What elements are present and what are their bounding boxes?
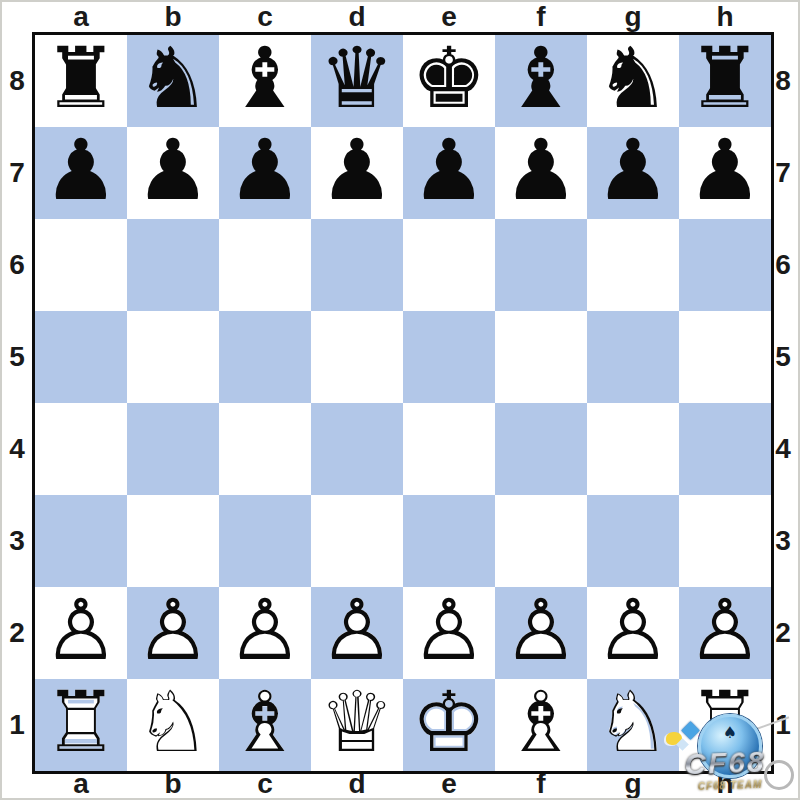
square-a3[interactable]: [35, 495, 127, 587]
square-g7[interactable]: ♟: [587, 127, 679, 219]
piece-white-pawn[interactable]: ♟♙: [403, 587, 495, 679]
piece-white-king[interactable]: ♚♔: [403, 679, 495, 771]
square-e2[interactable]: ♟♙: [403, 587, 495, 679]
piece-white-pawn[interactable]: ♟♙: [127, 587, 219, 679]
square-d5[interactable]: [311, 311, 403, 403]
piece-outline-layer: ♘: [135, 680, 210, 764]
piece-black-king[interactable]: ♚: [403, 35, 495, 127]
square-a2[interactable]: ♟♙: [35, 587, 127, 679]
piece-fill-layer: ♟: [135, 128, 210, 212]
square-c6[interactable]: [219, 219, 311, 311]
square-d7[interactable]: ♟: [311, 127, 403, 219]
piece-white-pawn[interactable]: ♟♙: [35, 587, 127, 679]
square-f3[interactable]: [495, 495, 587, 587]
piece-outline-layer: ♙: [43, 588, 118, 672]
piece-fill-layer: ♚: [411, 36, 486, 120]
rank-label-7: 7: [2, 127, 32, 219]
square-e1[interactable]: ♚♔: [403, 679, 495, 771]
piece-fill-layer: ♝: [503, 36, 578, 120]
piece-outline-layer: ♙: [503, 588, 578, 672]
rank-label-1: 1: [2, 679, 32, 771]
piece-white-pawn[interactable]: ♟♙: [219, 587, 311, 679]
piece-white-pawn[interactable]: ♟♙: [587, 587, 679, 679]
piece-black-pawn[interactable]: ♟: [679, 127, 771, 219]
piece-black-pawn[interactable]: ♟: [403, 127, 495, 219]
piece-outline-layer: ♙: [595, 588, 670, 672]
rank-label-8: 8: [2, 35, 32, 127]
piece-white-pawn[interactable]: ♟♙: [311, 587, 403, 679]
square-g8[interactable]: ♞: [587, 35, 679, 127]
square-d4[interactable]: [311, 403, 403, 495]
piece-outline-layer: ♙: [135, 588, 210, 672]
square-c7[interactable]: ♟: [219, 127, 311, 219]
piece-black-knight[interactable]: ♞: [127, 35, 219, 127]
piece-black-bishop[interactable]: ♝: [495, 35, 587, 127]
square-f1[interactable]: ♝♗: [495, 679, 587, 771]
ring-icon: [764, 760, 794, 790]
piece-fill-layer: ♞: [595, 36, 670, 120]
piece-outline-layer: ♙: [411, 588, 486, 672]
square-f6[interactable]: [495, 219, 587, 311]
square-g6[interactable]: [587, 219, 679, 311]
piece-outline-layer: ♕: [319, 680, 394, 764]
square-e5[interactable]: [403, 311, 495, 403]
square-d8[interactable]: ♛: [311, 35, 403, 127]
square-h7[interactable]: ♟: [679, 127, 771, 219]
piece-fill-layer: ♟: [227, 128, 302, 212]
piece-white-bishop[interactable]: ♝♗: [495, 679, 587, 771]
square-f8[interactable]: ♝: [495, 35, 587, 127]
rank-label-6: 6: [2, 219, 32, 311]
square-f4[interactable]: [495, 403, 587, 495]
piece-outline-layer: ♗: [227, 680, 302, 764]
square-h4[interactable]: [679, 403, 771, 495]
piece-outline-layer: ♗: [503, 680, 578, 764]
rank-label-3: 3: [2, 495, 32, 587]
piece-fill-layer: ♟: [595, 128, 670, 212]
blue-diamond-icon: [681, 721, 699, 739]
piece-black-knight[interactable]: ♞: [587, 35, 679, 127]
square-b7[interactable]: ♟: [127, 127, 219, 219]
square-e8[interactable]: ♚: [403, 35, 495, 127]
square-h3[interactable]: [679, 495, 771, 587]
piece-black-pawn[interactable]: ♟: [495, 127, 587, 219]
square-d6[interactable]: [311, 219, 403, 311]
rank-labels-left: 87654321: [2, 35, 32, 771]
square-b1[interactable]: ♞♘: [127, 679, 219, 771]
piece-fill-layer: ♝: [227, 36, 302, 120]
piece-outline-layer: ♖: [43, 680, 118, 764]
piece-black-bishop[interactable]: ♝: [219, 35, 311, 127]
square-c2[interactable]: ♟♙: [219, 587, 311, 679]
piece-white-knight[interactable]: ♞♘: [127, 679, 219, 771]
square-f7[interactable]: ♟: [495, 127, 587, 219]
square-h2[interactable]: ♟♙: [679, 587, 771, 679]
square-g4[interactable]: [587, 403, 679, 495]
piece-fill-layer: ♟: [503, 128, 578, 212]
square-c8[interactable]: ♝: [219, 35, 311, 127]
piece-black-pawn[interactable]: ♟: [311, 127, 403, 219]
rank-label-5: 5: [2, 311, 32, 403]
piece-black-pawn[interactable]: ♟: [127, 127, 219, 219]
piece-black-rook[interactable]: ♜: [679, 35, 771, 127]
square-b3[interactable]: [127, 495, 219, 587]
square-g2[interactable]: ♟♙: [587, 587, 679, 679]
piece-white-bishop[interactable]: ♝♗: [219, 679, 311, 771]
square-h8[interactable]: ♜: [679, 35, 771, 127]
piece-fill-layer: ♟: [411, 128, 486, 212]
square-d1[interactable]: ♛♕: [311, 679, 403, 771]
square-a7[interactable]: ♟: [35, 127, 127, 219]
square-c5[interactable]: [219, 311, 311, 403]
piece-fill-layer: ♞: [135, 36, 210, 120]
square-b6[interactable]: [127, 219, 219, 311]
square-h5[interactable]: [679, 311, 771, 403]
square-a1[interactable]: ♜♖: [35, 679, 127, 771]
square-b5[interactable]: [127, 311, 219, 403]
square-e7[interactable]: ♟: [403, 127, 495, 219]
piece-fill-layer: ♟: [43, 128, 118, 212]
piece-fill-layer: ♜: [687, 36, 762, 120]
square-b2[interactable]: ♟♙: [127, 587, 219, 679]
square-a6[interactable]: [35, 219, 127, 311]
piece-black-pawn[interactable]: ♟: [219, 127, 311, 219]
square-g5[interactable]: [587, 311, 679, 403]
piece-black-rook[interactable]: ♜: [35, 35, 127, 127]
piece-black-pawn[interactable]: ♟: [35, 127, 127, 219]
square-c4[interactable]: [219, 403, 311, 495]
square-e3[interactable]: [403, 495, 495, 587]
square-g3[interactable]: [587, 495, 679, 587]
piece-white-queen[interactable]: ♛♕: [311, 679, 403, 771]
square-e6[interactable]: [403, 219, 495, 311]
piece-white-rook[interactable]: ♜♖: [35, 679, 127, 771]
cf68-watermark: CF68 CF68 TEAM: [652, 722, 794, 792]
square-c3[interactable]: [219, 495, 311, 587]
piece-fill-layer: ♛: [319, 36, 394, 120]
piece-white-pawn[interactable]: ♟♙: [495, 587, 587, 679]
square-c1[interactable]: ♝♗: [219, 679, 311, 771]
rank-label-4: 4: [2, 403, 32, 495]
square-h6[interactable]: [679, 219, 771, 311]
file-labels-top: abcdefgh: [35, 1, 771, 31]
piece-black-queen[interactable]: ♛: [311, 35, 403, 127]
piece-fill-layer: ♟: [319, 128, 394, 212]
chess-board[interactable]: ♜♞♝♛♚♝♞♜♟♟♟♟♟♟♟♟♟♙♟♙♟♙♟♙♟♙♟♙♟♙♟♙♜♖♞♘♝♗♛♕…: [32, 32, 774, 774]
piece-outline-layer: ♙: [687, 588, 762, 672]
square-e4[interactable]: [403, 403, 495, 495]
square-b4[interactable]: [127, 403, 219, 495]
square-b8[interactable]: ♞: [127, 35, 219, 127]
piece-black-pawn[interactable]: ♟: [587, 127, 679, 219]
square-d2[interactable]: ♟♙: [311, 587, 403, 679]
square-a8[interactable]: ♜: [35, 35, 127, 127]
piece-outline-layer: ♔: [411, 680, 486, 764]
square-a5[interactable]: [35, 311, 127, 403]
rank-label-2: 2: [2, 587, 32, 679]
square-a4[interactable]: [35, 403, 127, 495]
piece-outline-layer: ♙: [227, 588, 302, 672]
square-f5[interactable]: [495, 311, 587, 403]
square-d3[interactable]: [311, 495, 403, 587]
piece-fill-layer: ♟: [687, 128, 762, 212]
piece-fill-layer: ♜: [43, 36, 118, 120]
square-f2[interactable]: ♟♙: [495, 587, 587, 679]
chess-diagram-page: abcdefgh abcdefgh 87654321 87654321 ♜♞♝♛…: [0, 0, 800, 800]
piece-white-pawn[interactable]: ♟♙: [679, 587, 771, 679]
piece-outline-layer: ♙: [319, 588, 394, 672]
